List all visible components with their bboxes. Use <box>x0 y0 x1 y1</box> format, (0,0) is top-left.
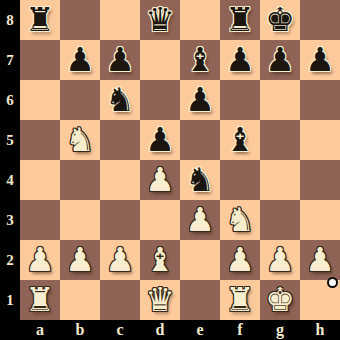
black-pawn-g7[interactable]: ♟ <box>260 40 300 80</box>
square-b4[interactable] <box>60 160 100 200</box>
square-f3[interactable]: ♞ <box>220 200 260 240</box>
black-bishop-f5[interactable]: ♝ <box>220 120 260 160</box>
white-bishop-d2[interactable]: ♝ <box>140 240 180 280</box>
square-h2[interactable]: ♟ <box>300 240 340 280</box>
black-knight-c6[interactable]: ♞ <box>100 80 140 120</box>
square-c7[interactable]: ♟ <box>100 40 140 80</box>
black-pawn-e6[interactable]: ♟ <box>180 80 220 120</box>
square-a1[interactable]: ♜ <box>20 280 60 320</box>
square-g7[interactable]: ♟ <box>260 40 300 80</box>
file-label-e: e <box>180 320 220 340</box>
file-label-f: f <box>220 320 260 340</box>
white-pawn-a2[interactable]: ♟ <box>20 240 60 280</box>
square-e8[interactable] <box>180 0 220 40</box>
square-e3[interactable]: ♟ <box>180 200 220 240</box>
square-e5[interactable] <box>180 120 220 160</box>
black-queen-d8[interactable]: ♛ <box>140 0 180 40</box>
file-label-g: g <box>260 320 300 340</box>
square-d1[interactable]: ♛ <box>140 280 180 320</box>
file-label-b: b <box>60 320 100 340</box>
square-c6[interactable]: ♞ <box>100 80 140 120</box>
square-h7[interactable]: ♟ <box>300 40 340 80</box>
square-b2[interactable]: ♟ <box>60 240 100 280</box>
square-e2[interactable] <box>180 240 220 280</box>
black-pawn-d5[interactable]: ♟ <box>140 120 180 160</box>
white-rook-a1[interactable]: ♜ <box>20 280 60 320</box>
square-d2[interactable]: ♝ <box>140 240 180 280</box>
white-rook-f1[interactable]: ♜ <box>220 280 260 320</box>
square-g6[interactable] <box>260 80 300 120</box>
square-c2[interactable]: ♟ <box>100 240 140 280</box>
square-f8[interactable]: ♜ <box>220 0 260 40</box>
black-rook-a8[interactable]: ♜ <box>20 0 60 40</box>
white-knight-b5[interactable]: ♞ <box>60 120 100 160</box>
square-c3[interactable] <box>100 200 140 240</box>
black-knight-e4[interactable]: ♞ <box>180 160 220 200</box>
white-pawn-f2[interactable]: ♟ <box>220 240 260 280</box>
rank-label-3: 3 <box>0 200 20 240</box>
white-pawn-d4[interactable]: ♟ <box>140 160 180 200</box>
black-pawn-c7[interactable]: ♟ <box>100 40 140 80</box>
white-to-move-indicator <box>327 277 338 288</box>
square-c4[interactable] <box>100 160 140 200</box>
square-f6[interactable] <box>220 80 260 120</box>
chess-board[interactable]: ♜♛♜♚♟♟♝♟♟♟♞♟♞♟♝♟♞♟♞♟♟♟♝♟♟♟♜♛♜♚ <box>20 0 340 320</box>
black-rook-f8[interactable]: ♜ <box>220 0 260 40</box>
square-b8[interactable] <box>60 0 100 40</box>
square-g2[interactable]: ♟ <box>260 240 300 280</box>
rank-label-5: 5 <box>0 120 20 160</box>
rank-label-7: 7 <box>0 40 20 80</box>
rank-label-4: 4 <box>0 160 20 200</box>
file-label-h: h <box>300 320 340 340</box>
square-d4[interactable]: ♟ <box>140 160 180 200</box>
white-knight-f3[interactable]: ♞ <box>220 200 260 240</box>
square-h8[interactable] <box>300 0 340 40</box>
square-e4[interactable]: ♞ <box>180 160 220 200</box>
square-f2[interactable]: ♟ <box>220 240 260 280</box>
square-f7[interactable]: ♟ <box>220 40 260 80</box>
square-g3[interactable] <box>260 200 300 240</box>
rank-label-2: 2 <box>0 240 20 280</box>
square-f5[interactable]: ♝ <box>220 120 260 160</box>
square-h5[interactable] <box>300 120 340 160</box>
file-label-d: d <box>140 320 180 340</box>
square-a3[interactable] <box>20 200 60 240</box>
square-b5[interactable]: ♞ <box>60 120 100 160</box>
white-pawn-g2[interactable]: ♟ <box>260 240 300 280</box>
square-h3[interactable] <box>300 200 340 240</box>
square-d5[interactable]: ♟ <box>140 120 180 160</box>
rank-label-6: 6 <box>0 80 20 120</box>
square-c8[interactable] <box>100 0 140 40</box>
white-pawn-e3[interactable]: ♟ <box>180 200 220 240</box>
square-e7[interactable]: ♝ <box>180 40 220 80</box>
square-g1[interactable]: ♚ <box>260 280 300 320</box>
square-h6[interactable] <box>300 80 340 120</box>
rank-label-1: 1 <box>0 280 20 320</box>
white-pawn-c2[interactable]: ♟ <box>100 240 140 280</box>
black-pawn-b7[interactable]: ♟ <box>60 40 100 80</box>
square-h4[interactable] <box>300 160 340 200</box>
file-labels: abcdefgh <box>20 320 340 340</box>
white-pawn-b2[interactable]: ♟ <box>60 240 100 280</box>
square-d8[interactable]: ♛ <box>140 0 180 40</box>
square-a2[interactable]: ♟ <box>20 240 60 280</box>
black-pawn-f7[interactable]: ♟ <box>220 40 260 80</box>
square-a7[interactable] <box>20 40 60 80</box>
file-label-c: c <box>100 320 140 340</box>
square-g8[interactable]: ♚ <box>260 0 300 40</box>
rank-label-8: 8 <box>0 0 20 40</box>
white-pawn-h2[interactable]: ♟ <box>300 240 340 280</box>
square-a4[interactable] <box>20 160 60 200</box>
square-d7[interactable] <box>140 40 180 80</box>
white-king-g1[interactable]: ♚ <box>260 280 300 320</box>
square-d6[interactable] <box>140 80 180 120</box>
square-b6[interactable] <box>60 80 100 120</box>
file-label-a: a <box>20 320 60 340</box>
chess-diagram: 87654321 ♜♛♜♚♟♟♝♟♟♟♞♟♞♟♝♟♞♟♞♟♟♟♝♟♟♟♜♛♜♚ … <box>0 0 340 340</box>
square-b1[interactable] <box>60 280 100 320</box>
square-d3[interactable] <box>140 200 180 240</box>
white-queen-d1[interactable]: ♛ <box>140 280 180 320</box>
square-b3[interactable] <box>60 200 100 240</box>
square-c1[interactable] <box>100 280 140 320</box>
square-g5[interactable] <box>260 120 300 160</box>
square-c5[interactable] <box>100 120 140 160</box>
square-a5[interactable] <box>20 120 60 160</box>
square-f1[interactable]: ♜ <box>220 280 260 320</box>
black-pawn-h7[interactable]: ♟ <box>300 40 340 80</box>
square-g4[interactable] <box>260 160 300 200</box>
square-e1[interactable] <box>180 280 220 320</box>
square-b7[interactable]: ♟ <box>60 40 100 80</box>
square-a8[interactable]: ♜ <box>20 0 60 40</box>
square-f4[interactable] <box>220 160 260 200</box>
rank-labels: 87654321 <box>0 0 20 320</box>
black-bishop-e7[interactable]: ♝ <box>180 40 220 80</box>
square-e6[interactable]: ♟ <box>180 80 220 120</box>
square-a6[interactable] <box>20 80 60 120</box>
black-king-g8[interactable]: ♚ <box>260 0 300 40</box>
